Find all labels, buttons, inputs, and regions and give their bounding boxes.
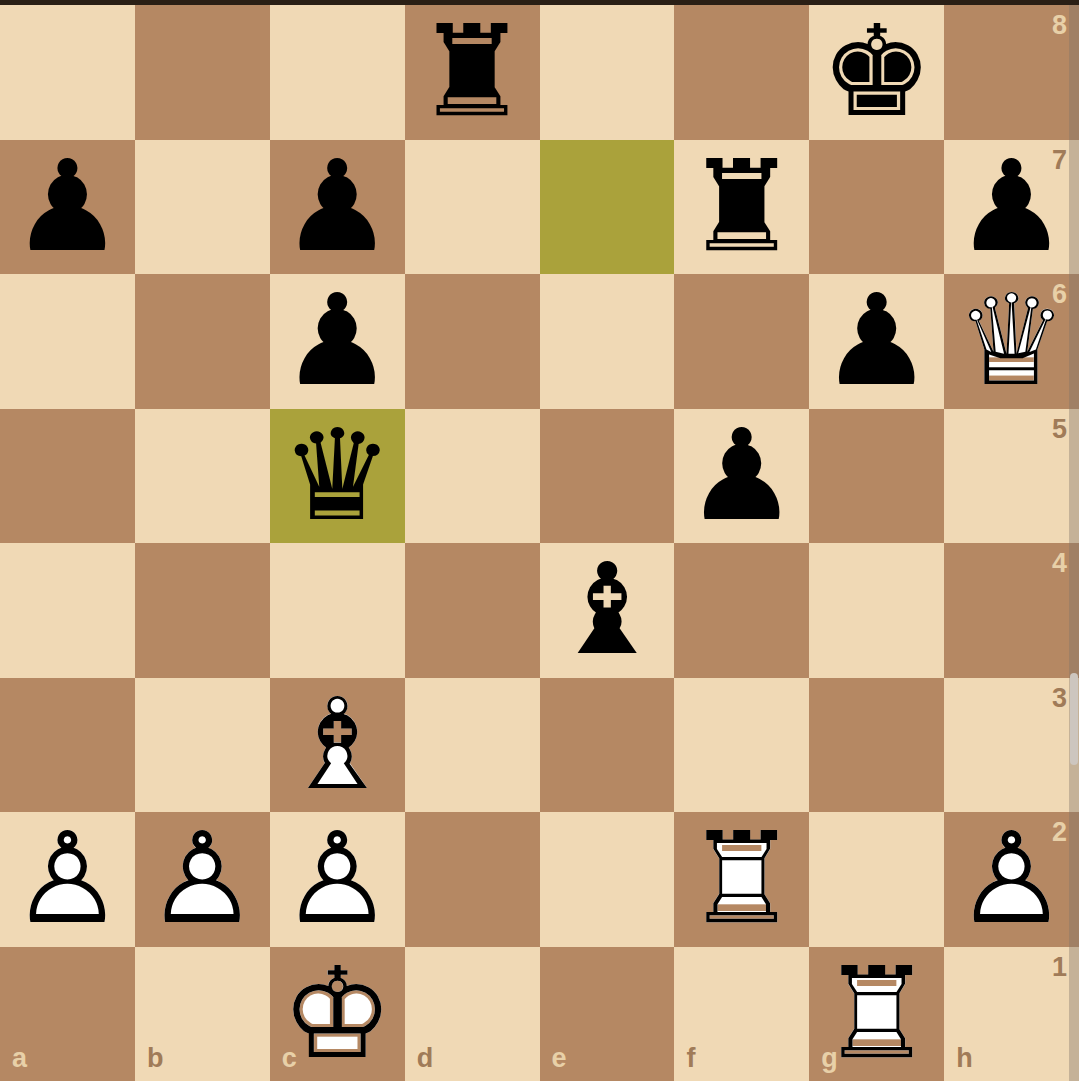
black-pawn-icon: ♟ bbox=[685, 413, 798, 539]
square-c5[interactable]: ♛ bbox=[270, 409, 405, 544]
square-d8[interactable]: ♜ bbox=[405, 5, 540, 140]
white-pawn[interactable]: ♟♙ bbox=[944, 812, 1079, 947]
square-a3[interactable] bbox=[0, 678, 135, 813]
square-e2[interactable] bbox=[540, 812, 675, 947]
square-e7[interactable] bbox=[540, 140, 675, 275]
square-c7[interactable]: ♟ bbox=[270, 140, 405, 275]
rank-label-4: 4 bbox=[1052, 550, 1067, 577]
white-rook[interactable]: ♜♖ bbox=[674, 812, 809, 947]
white-rook-outline-icon: ♖ bbox=[674, 812, 809, 947]
square-g3[interactable] bbox=[809, 678, 944, 813]
square-b6[interactable] bbox=[135, 274, 270, 409]
square-b1[interactable]: b bbox=[135, 947, 270, 1081]
square-b5[interactable] bbox=[135, 409, 270, 544]
file-label-f: f bbox=[686, 1045, 695, 1072]
black-pawn-icon: ♟ bbox=[955, 144, 1068, 270]
black-king-icon: ♚ bbox=[820, 9, 933, 135]
square-a6[interactable] bbox=[0, 274, 135, 409]
white-king[interactable]: ♚♔ bbox=[270, 947, 405, 1081]
square-f7[interactable]: ♜ bbox=[674, 140, 809, 275]
white-pawn[interactable]: ♟♙ bbox=[270, 812, 405, 947]
white-king-outline-icon: ♔ bbox=[270, 947, 405, 1081]
square-c6[interactable]: ♟ bbox=[270, 274, 405, 409]
white-pawn-outline-icon: ♙ bbox=[270, 812, 405, 947]
square-a2[interactable]: ♟♙ bbox=[0, 812, 135, 947]
white-rook[interactable]: ♜♖ bbox=[809, 947, 944, 1081]
square-b2[interactable]: ♟♙ bbox=[135, 812, 270, 947]
white-bishop-outline-icon: ♗ bbox=[270, 678, 405, 813]
square-a4[interactable] bbox=[0, 543, 135, 678]
black-bishop[interactable]: ♝ bbox=[540, 543, 675, 678]
rank-label-1: 1 bbox=[1052, 954, 1067, 981]
square-f5[interactable]: ♟ bbox=[674, 409, 809, 544]
file-label-h: h bbox=[956, 1045, 973, 1072]
square-h3[interactable]: 3 bbox=[944, 678, 1079, 813]
square-g6[interactable]: ♟ bbox=[809, 274, 944, 409]
square-h5[interactable]: 5 bbox=[944, 409, 1079, 544]
black-pawn[interactable]: ♟ bbox=[674, 409, 809, 544]
square-h1[interactable]: 1h bbox=[944, 947, 1079, 1081]
file-label-e: e bbox=[552, 1045, 567, 1072]
black-pawn[interactable]: ♟ bbox=[270, 274, 405, 409]
white-pawn-outline-icon: ♙ bbox=[0, 812, 135, 947]
white-queen[interactable]: ♛♕ bbox=[944, 274, 1079, 409]
square-d6[interactable] bbox=[405, 274, 540, 409]
white-rook-outline-icon: ♖ bbox=[809, 947, 944, 1081]
black-king[interactable]: ♚ bbox=[809, 5, 944, 140]
square-g7[interactable] bbox=[809, 140, 944, 275]
black-pawn[interactable]: ♟ bbox=[270, 140, 405, 275]
white-pawn-outline-icon: ♙ bbox=[135, 812, 270, 947]
scrollbar-thumb[interactable] bbox=[1070, 673, 1078, 765]
square-h7[interactable]: 7♟ bbox=[944, 140, 1079, 275]
square-b4[interactable] bbox=[135, 543, 270, 678]
white-pawn[interactable]: ♟♙ bbox=[135, 812, 270, 947]
white-queen-outline-icon: ♕ bbox=[944, 274, 1079, 409]
rank-label-5: 5 bbox=[1052, 416, 1067, 443]
square-e3[interactable] bbox=[540, 678, 675, 813]
square-d1[interactable]: d bbox=[405, 947, 540, 1081]
square-f1[interactable]: f bbox=[674, 947, 809, 1081]
white-pawn[interactable]: ♟♙ bbox=[0, 812, 135, 947]
file-label-b: b bbox=[147, 1045, 164, 1072]
square-b7[interactable] bbox=[135, 140, 270, 275]
black-rook[interactable]: ♜ bbox=[405, 5, 540, 140]
square-e6[interactable] bbox=[540, 274, 675, 409]
square-a1[interactable]: a bbox=[0, 947, 135, 1081]
square-g1[interactable]: g♜♖ bbox=[809, 947, 944, 1081]
black-pawn-icon: ♟ bbox=[11, 144, 124, 270]
square-e4[interactable]: ♝ bbox=[540, 543, 675, 678]
black-rook-icon: ♜ bbox=[416, 9, 529, 135]
square-e5[interactable] bbox=[540, 409, 675, 544]
black-queen-icon: ♛ bbox=[281, 413, 394, 539]
black-pawn[interactable]: ♟ bbox=[0, 140, 135, 275]
square-d5[interactable] bbox=[405, 409, 540, 544]
white-bishop[interactable]: ♝♗ bbox=[270, 678, 405, 813]
square-c1[interactable]: c♚♔ bbox=[270, 947, 405, 1081]
square-e8[interactable] bbox=[540, 5, 675, 140]
black-pawn[interactable]: ♟ bbox=[809, 274, 944, 409]
square-f4[interactable] bbox=[674, 543, 809, 678]
black-pawn[interactable]: ♟ bbox=[944, 140, 1079, 275]
square-b8[interactable] bbox=[135, 5, 270, 140]
white-pawn-outline-icon: ♙ bbox=[944, 812, 1079, 947]
file-label-a: a bbox=[12, 1045, 27, 1072]
square-g8[interactable]: ♚ bbox=[809, 5, 944, 140]
black-bishop-icon: ♝ bbox=[550, 547, 663, 673]
square-f8[interactable] bbox=[674, 5, 809, 140]
chess-board: ♜♚8♟♟♜7♟♟♟6♛♕♛♟5♝4♝♗3♟♙♟♙♟♙♜♖2♟♙abc♚♔def… bbox=[0, 5, 1079, 1081]
square-f3[interactable] bbox=[674, 678, 809, 813]
black-queen[interactable]: ♛ bbox=[270, 409, 405, 544]
square-e1[interactable]: e bbox=[540, 947, 675, 1081]
rank-label-8: 8 bbox=[1052, 12, 1067, 39]
scrollbar-track[interactable] bbox=[1069, 5, 1079, 1081]
square-c4[interactable] bbox=[270, 543, 405, 678]
file-label-d: d bbox=[417, 1045, 434, 1072]
square-a7[interactable]: ♟ bbox=[0, 140, 135, 275]
square-g4[interactable] bbox=[809, 543, 944, 678]
black-pawn-icon: ♟ bbox=[281, 144, 394, 270]
square-c2[interactable]: ♟♙ bbox=[270, 812, 405, 947]
square-b3[interactable] bbox=[135, 678, 270, 813]
square-c3[interactable]: ♝♗ bbox=[270, 678, 405, 813]
square-d4[interactable] bbox=[405, 543, 540, 678]
square-g5[interactable] bbox=[809, 409, 944, 544]
square-f2[interactable]: ♜♖ bbox=[674, 812, 809, 947]
square-c8[interactable] bbox=[270, 5, 405, 140]
square-h6[interactable]: 6♛♕ bbox=[944, 274, 1079, 409]
square-d7[interactable] bbox=[405, 140, 540, 275]
black-pawn-icon: ♟ bbox=[281, 278, 394, 404]
black-rook[interactable]: ♜ bbox=[674, 140, 809, 275]
square-h2[interactable]: 2♟♙ bbox=[944, 812, 1079, 947]
chess-app-screen: ♜♚8♟♟♜7♟♟♟6♛♕♛♟5♝4♝♗3♟♙♟♙♟♙♜♖2♟♙abc♚♔def… bbox=[0, 0, 1079, 1081]
square-h4[interactable]: 4 bbox=[944, 543, 1079, 678]
black-rook-icon: ♜ bbox=[685, 144, 798, 270]
square-h8[interactable]: 8 bbox=[944, 5, 1079, 140]
square-a5[interactable] bbox=[0, 409, 135, 544]
rank-label-3: 3 bbox=[1052, 685, 1067, 712]
square-d2[interactable] bbox=[405, 812, 540, 947]
square-g2[interactable] bbox=[809, 812, 944, 947]
black-pawn-icon: ♟ bbox=[820, 278, 933, 404]
square-a8[interactable] bbox=[0, 5, 135, 140]
square-f6[interactable] bbox=[674, 274, 809, 409]
square-d3[interactable] bbox=[405, 678, 540, 813]
